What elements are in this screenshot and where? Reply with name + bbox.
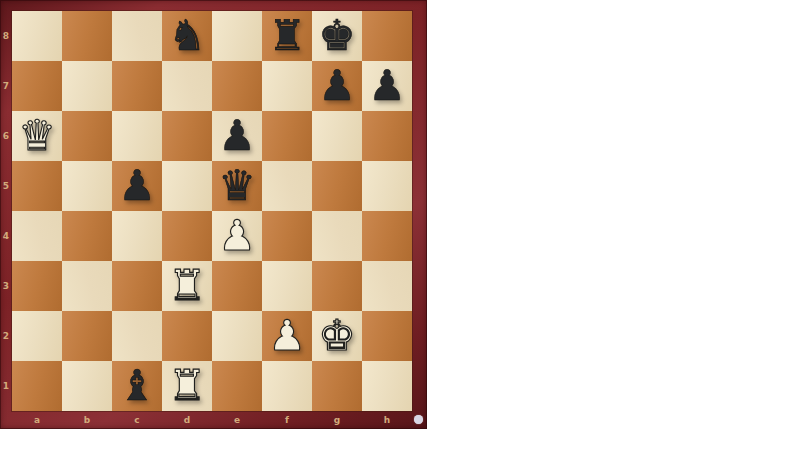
- square-h7[interactable]: ♟: [362, 61, 412, 111]
- square-g4[interactable]: [312, 211, 362, 261]
- square-b4[interactable]: [62, 211, 112, 261]
- square-f5[interactable]: [262, 161, 312, 211]
- square-h3[interactable]: [362, 261, 412, 311]
- square-b5[interactable]: [62, 161, 112, 211]
- square-c7[interactable]: [112, 61, 162, 111]
- square-g2[interactable]: ♚: [312, 311, 362, 361]
- file-label-g: g: [312, 411, 362, 429]
- square-h2[interactable]: [362, 311, 412, 361]
- file-label-f: f: [262, 411, 312, 429]
- white-pawn-icon[interactable]: ♟: [262, 311, 312, 361]
- black-pawn-icon[interactable]: ♟: [212, 111, 262, 161]
- black-pawn-icon[interactable]: ♟: [112, 161, 162, 211]
- black-pawn-icon[interactable]: ♟: [362, 61, 412, 111]
- square-e5[interactable]: ♛: [212, 161, 262, 211]
- square-c2[interactable]: [112, 311, 162, 361]
- square-b3[interactable]: [62, 261, 112, 311]
- square-e2[interactable]: [212, 311, 262, 361]
- square-e1[interactable]: [212, 361, 262, 411]
- square-c5[interactable]: ♟: [112, 161, 162, 211]
- white-rook-icon[interactable]: ♜: [162, 261, 212, 311]
- square-f1[interactable]: [262, 361, 312, 411]
- square-b8[interactable]: [62, 11, 112, 61]
- square-d6[interactable]: [162, 111, 212, 161]
- file-label-h: h: [362, 411, 412, 429]
- square-f4[interactable]: [262, 211, 312, 261]
- square-c4[interactable]: [112, 211, 162, 261]
- square-d1[interactable]: ♜: [162, 361, 212, 411]
- square-a3[interactable]: [12, 261, 62, 311]
- rank-label-8: 8: [0, 11, 12, 61]
- square-d8[interactable]: ♞: [162, 11, 212, 61]
- rank-label-2: 2: [0, 311, 12, 361]
- square-e8[interactable]: [212, 11, 262, 61]
- square-e6[interactable]: ♟: [212, 111, 262, 161]
- black-rook-icon[interactable]: ♜: [262, 11, 312, 61]
- rank-label-7: 7: [0, 61, 12, 111]
- square-a8[interactable]: [12, 11, 62, 61]
- black-knight-icon[interactable]: ♞: [162, 11, 212, 61]
- square-g6[interactable]: [312, 111, 362, 161]
- square-h8[interactable]: [362, 11, 412, 61]
- square-f3[interactable]: [262, 261, 312, 311]
- file-label-a: a: [12, 411, 62, 429]
- black-queen-icon[interactable]: ♛: [212, 161, 262, 211]
- white-queen-icon[interactable]: ♛: [12, 111, 62, 161]
- white-king-icon[interactable]: ♚: [312, 311, 362, 361]
- file-label-e: e: [212, 411, 262, 429]
- square-h5[interactable]: [362, 161, 412, 211]
- black-king-icon[interactable]: ♚: [312, 11, 362, 61]
- square-a7[interactable]: [12, 61, 62, 111]
- square-f7[interactable]: [262, 61, 312, 111]
- square-h6[interactable]: [362, 111, 412, 161]
- file-label-b: b: [62, 411, 112, 429]
- square-c3[interactable]: [112, 261, 162, 311]
- square-b1[interactable]: [62, 361, 112, 411]
- rank-label-6: 6: [0, 111, 12, 161]
- square-d5[interactable]: [162, 161, 212, 211]
- square-e4[interactable]: ♟: [212, 211, 262, 261]
- square-h1[interactable]: [362, 361, 412, 411]
- square-g5[interactable]: [312, 161, 362, 211]
- black-bishop-icon[interactable]: ♝: [112, 361, 162, 411]
- square-h4[interactable]: [362, 211, 412, 261]
- square-g3[interactable]: [312, 261, 362, 311]
- square-a1[interactable]: [12, 361, 62, 411]
- board-squares: ♞♜♚♟♟♛♟♟♛♟♜♟♚♝♜: [12, 11, 412, 411]
- square-a4[interactable]: [12, 211, 62, 261]
- square-c1[interactable]: ♝: [112, 361, 162, 411]
- file-label-c: c: [112, 411, 162, 429]
- square-a6[interactable]: ♛: [12, 111, 62, 161]
- square-f8[interactable]: ♜: [262, 11, 312, 61]
- file-label-d: d: [162, 411, 212, 429]
- square-c6[interactable]: [112, 111, 162, 161]
- rank-label-1: 1: [0, 361, 12, 411]
- rank-label-4: 4: [0, 211, 12, 261]
- rank-labels: 87654321: [0, 11, 12, 411]
- square-f6[interactable]: [262, 111, 312, 161]
- corner-badge-icon: [414, 415, 423, 424]
- square-c8[interactable]: [112, 11, 162, 61]
- square-d4[interactable]: [162, 211, 212, 261]
- rank-label-3: 3: [0, 261, 12, 311]
- square-d2[interactable]: [162, 311, 212, 361]
- square-f2[interactable]: ♟: [262, 311, 312, 361]
- square-g8[interactable]: ♚: [312, 11, 362, 61]
- square-b7[interactable]: [62, 61, 112, 111]
- square-b2[interactable]: [62, 311, 112, 361]
- chess-board-frame: 87654321 abcdefgh ♞♜♚♟♟♛♟♟♛♟♜♟♚♝♜: [0, 0, 427, 429]
- square-d7[interactable]: [162, 61, 212, 111]
- square-e3[interactable]: [212, 261, 262, 311]
- file-labels: abcdefgh: [12, 411, 412, 429]
- square-d3[interactable]: ♜: [162, 261, 212, 311]
- white-rook-icon[interactable]: ♜: [162, 361, 212, 411]
- black-pawn-icon[interactable]: ♟: [312, 61, 362, 111]
- square-a5[interactable]: [12, 161, 62, 211]
- page: 87654321 abcdefgh ♞♜♚♟♟♛♟♟♛♟♜♟♚♝♜: [0, 0, 800, 450]
- square-g1[interactable]: [312, 361, 362, 411]
- rank-label-5: 5: [0, 161, 12, 211]
- square-b6[interactable]: [62, 111, 112, 161]
- square-g7[interactable]: ♟: [312, 61, 362, 111]
- square-e7[interactable]: [212, 61, 262, 111]
- square-a2[interactable]: [12, 311, 62, 361]
- white-pawn-icon[interactable]: ♟: [212, 211, 262, 261]
